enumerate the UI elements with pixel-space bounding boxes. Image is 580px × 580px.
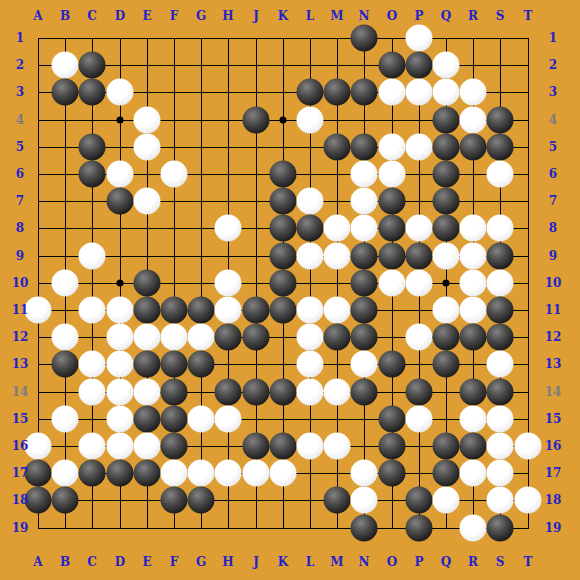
intersection-B14[interactable] [52,379,79,406]
intersection-O19[interactable] [379,515,406,542]
intersection-Q12[interactable] [433,324,460,351]
intersection-Q3[interactable] [433,79,460,106]
intersection-M17[interactable] [324,460,351,487]
intersection-P6[interactable] [406,161,433,188]
intersection-H18[interactable] [215,487,242,514]
intersection-K11[interactable] [270,297,297,324]
intersection-B5[interactable] [52,134,79,161]
intersection-D10[interactable] [107,270,134,297]
intersection-A4[interactable] [25,107,52,134]
intersection-N3[interactable] [351,79,378,106]
intersection-K12[interactable] [270,324,297,351]
intersection-M2[interactable] [324,52,351,79]
intersection-F14[interactable] [161,379,188,406]
intersection-Q11[interactable] [433,297,460,324]
intersection-H2[interactable] [215,52,242,79]
intersection-E13[interactable] [134,351,161,378]
intersection-A16[interactable] [25,433,52,460]
intersection-C5[interactable] [79,134,106,161]
intersection-P5[interactable] [406,134,433,161]
intersection-L19[interactable] [297,515,324,542]
intersection-L11[interactable] [297,297,324,324]
intersection-P2[interactable] [406,52,433,79]
intersection-D18[interactable] [107,487,134,514]
intersection-G18[interactable] [188,487,215,514]
intersection-K13[interactable] [270,351,297,378]
intersection-C8[interactable] [79,215,106,242]
intersection-L13[interactable] [297,351,324,378]
intersection-R4[interactable] [460,107,487,134]
intersection-L10[interactable] [297,270,324,297]
intersection-T3[interactable] [515,79,542,106]
intersection-A2[interactable] [25,52,52,79]
intersection-B6[interactable] [52,161,79,188]
intersection-E8[interactable] [134,215,161,242]
intersection-J4[interactable] [243,107,270,134]
intersection-C15[interactable] [79,406,106,433]
intersection-N7[interactable] [351,188,378,215]
intersection-Q17[interactable] [433,460,460,487]
intersection-K5[interactable] [270,134,297,161]
intersection-F2[interactable] [161,52,188,79]
intersection-H8[interactable] [215,215,242,242]
intersection-T5[interactable] [515,134,542,161]
intersection-A15[interactable] [25,406,52,433]
intersection-K3[interactable] [270,79,297,106]
intersection-R1[interactable] [460,25,487,52]
intersection-N11[interactable] [351,297,378,324]
intersection-J5[interactable] [243,134,270,161]
intersection-M15[interactable] [324,406,351,433]
intersection-G15[interactable] [188,406,215,433]
intersection-E17[interactable] [134,460,161,487]
intersection-E16[interactable] [134,433,161,460]
intersection-N19[interactable] [351,515,378,542]
intersection-R13[interactable] [460,351,487,378]
intersection-G9[interactable] [188,243,215,270]
intersection-B13[interactable] [52,351,79,378]
intersection-A13[interactable] [25,351,52,378]
intersection-B19[interactable] [52,515,79,542]
intersection-M11[interactable] [324,297,351,324]
intersection-R12[interactable] [460,324,487,351]
intersection-A6[interactable] [25,161,52,188]
intersection-J1[interactable] [243,25,270,52]
intersection-D3[interactable] [107,79,134,106]
intersection-H17[interactable] [215,460,242,487]
intersection-E3[interactable] [134,79,161,106]
intersection-N2[interactable] [351,52,378,79]
intersection-G8[interactable] [188,215,215,242]
intersection-T18[interactable] [515,487,542,514]
intersection-J2[interactable] [243,52,270,79]
intersection-D14[interactable] [107,379,134,406]
intersection-M18[interactable] [324,487,351,514]
intersection-A18[interactable] [25,487,52,514]
intersection-N1[interactable] [351,25,378,52]
intersection-S17[interactable] [487,460,514,487]
intersection-F4[interactable] [161,107,188,134]
intersection-O15[interactable] [379,406,406,433]
intersection-R5[interactable] [460,134,487,161]
intersection-G2[interactable] [188,52,215,79]
intersection-H1[interactable] [215,25,242,52]
intersection-O13[interactable] [379,351,406,378]
intersection-N8[interactable] [351,215,378,242]
intersection-K17[interactable] [270,460,297,487]
intersection-G16[interactable] [188,433,215,460]
intersection-L6[interactable] [297,161,324,188]
intersection-P17[interactable] [406,460,433,487]
intersection-R3[interactable] [460,79,487,106]
intersection-N13[interactable] [351,351,378,378]
intersection-S1[interactable] [487,25,514,52]
intersection-G19[interactable] [188,515,215,542]
intersection-T11[interactable] [515,297,542,324]
intersection-E7[interactable] [134,188,161,215]
intersection-M6[interactable] [324,161,351,188]
intersection-H10[interactable] [215,270,242,297]
intersection-T15[interactable] [515,406,542,433]
intersection-R15[interactable] [460,406,487,433]
intersection-E9[interactable] [134,243,161,270]
intersection-C7[interactable] [79,188,106,215]
intersection-D1[interactable] [107,25,134,52]
intersection-L16[interactable] [297,433,324,460]
intersection-J10[interactable] [243,270,270,297]
intersection-H16[interactable] [215,433,242,460]
intersection-F5[interactable] [161,134,188,161]
intersection-P4[interactable] [406,107,433,134]
intersection-R10[interactable] [460,270,487,297]
intersection-S19[interactable] [487,515,514,542]
intersection-E11[interactable] [134,297,161,324]
intersection-G12[interactable] [188,324,215,351]
intersection-A11[interactable] [25,297,52,324]
intersection-D6[interactable] [107,161,134,188]
intersection-D11[interactable] [107,297,134,324]
intersection-G3[interactable] [188,79,215,106]
intersection-R19[interactable] [460,515,487,542]
intersection-D2[interactable] [107,52,134,79]
intersection-S7[interactable] [487,188,514,215]
intersection-J13[interactable] [243,351,270,378]
intersection-B7[interactable] [52,188,79,215]
intersection-C12[interactable] [79,324,106,351]
intersection-K15[interactable] [270,406,297,433]
intersection-F16[interactable] [161,433,188,460]
intersection-B3[interactable] [52,79,79,106]
intersection-G13[interactable] [188,351,215,378]
intersection-J6[interactable] [243,161,270,188]
intersection-B1[interactable] [52,25,79,52]
intersection-B10[interactable] [52,270,79,297]
intersection-R18[interactable] [460,487,487,514]
intersection-O1[interactable] [379,25,406,52]
intersection-T8[interactable] [515,215,542,242]
intersection-P15[interactable] [406,406,433,433]
intersection-N14[interactable] [351,379,378,406]
intersection-K8[interactable] [270,215,297,242]
intersection-B9[interactable] [52,243,79,270]
intersection-F19[interactable] [161,515,188,542]
intersection-M13[interactable] [324,351,351,378]
intersection-H12[interactable] [215,324,242,351]
intersection-S6[interactable] [487,161,514,188]
intersection-J12[interactable] [243,324,270,351]
intersection-M9[interactable] [324,243,351,270]
intersection-E12[interactable] [134,324,161,351]
intersection-M19[interactable] [324,515,351,542]
intersection-M7[interactable] [324,188,351,215]
intersection-C11[interactable] [79,297,106,324]
intersection-P18[interactable] [406,487,433,514]
intersection-G4[interactable] [188,107,215,134]
intersection-T7[interactable] [515,188,542,215]
intersection-B15[interactable] [52,406,79,433]
intersection-T14[interactable] [515,379,542,406]
intersection-A5[interactable] [25,134,52,161]
intersection-Q16[interactable] [433,433,460,460]
intersection-O7[interactable] [379,188,406,215]
intersection-Q19[interactable] [433,515,460,542]
intersection-E19[interactable] [134,515,161,542]
intersection-A19[interactable] [25,515,52,542]
intersection-H4[interactable] [215,107,242,134]
intersection-N16[interactable] [351,433,378,460]
intersection-C10[interactable] [79,270,106,297]
intersection-Q15[interactable] [433,406,460,433]
intersection-N15[interactable] [351,406,378,433]
intersection-O3[interactable] [379,79,406,106]
intersection-H11[interactable] [215,297,242,324]
intersection-P9[interactable] [406,243,433,270]
intersection-Q5[interactable] [433,134,460,161]
intersection-D16[interactable] [107,433,134,460]
intersection-N4[interactable] [351,107,378,134]
intersection-E1[interactable] [134,25,161,52]
intersection-K7[interactable] [270,188,297,215]
intersection-S14[interactable] [487,379,514,406]
intersection-B2[interactable] [52,52,79,79]
intersection-G1[interactable] [188,25,215,52]
intersection-C6[interactable] [79,161,106,188]
intersection-K14[interactable] [270,379,297,406]
intersection-H13[interactable] [215,351,242,378]
intersection-S16[interactable] [487,433,514,460]
intersection-P14[interactable] [406,379,433,406]
intersection-J15[interactable] [243,406,270,433]
intersection-T12[interactable] [515,324,542,351]
intersection-P13[interactable] [406,351,433,378]
intersection-K6[interactable] [270,161,297,188]
intersection-J14[interactable] [243,379,270,406]
intersection-F17[interactable] [161,460,188,487]
intersection-K1[interactable] [270,25,297,52]
intersection-T2[interactable] [515,52,542,79]
intersection-T17[interactable] [515,460,542,487]
intersection-A10[interactable] [25,270,52,297]
intersection-Q8[interactable] [433,215,460,242]
intersection-S13[interactable] [487,351,514,378]
intersection-N12[interactable] [351,324,378,351]
intersection-C4[interactable] [79,107,106,134]
intersection-J18[interactable] [243,487,270,514]
intersection-T1[interactable] [515,25,542,52]
intersection-O16[interactable] [379,433,406,460]
intersection-O14[interactable] [379,379,406,406]
intersection-A9[interactable] [25,243,52,270]
intersection-S12[interactable] [487,324,514,351]
intersection-B17[interactable] [52,460,79,487]
intersection-P12[interactable] [406,324,433,351]
intersection-B8[interactable] [52,215,79,242]
intersection-D17[interactable] [107,460,134,487]
intersection-A12[interactable] [25,324,52,351]
intersection-Q1[interactable] [433,25,460,52]
intersection-E2[interactable] [134,52,161,79]
intersection-M1[interactable] [324,25,351,52]
intersection-H6[interactable] [215,161,242,188]
intersection-P11[interactable] [406,297,433,324]
intersection-O12[interactable] [379,324,406,351]
intersection-R14[interactable] [460,379,487,406]
intersection-F6[interactable] [161,161,188,188]
intersection-R11[interactable] [460,297,487,324]
intersection-B16[interactable] [52,433,79,460]
intersection-J17[interactable] [243,460,270,487]
intersection-E6[interactable] [134,161,161,188]
intersection-L12[interactable] [297,324,324,351]
intersection-J9[interactable] [243,243,270,270]
intersection-O18[interactable] [379,487,406,514]
intersection-B11[interactable] [52,297,79,324]
intersection-E10[interactable] [134,270,161,297]
intersection-F7[interactable] [161,188,188,215]
intersection-L3[interactable] [297,79,324,106]
intersection-S10[interactable] [487,270,514,297]
intersection-H14[interactable] [215,379,242,406]
intersection-P16[interactable] [406,433,433,460]
intersection-F12[interactable] [161,324,188,351]
intersection-K2[interactable] [270,52,297,79]
intersection-J11[interactable] [243,297,270,324]
intersection-T9[interactable] [515,243,542,270]
intersection-M12[interactable] [324,324,351,351]
intersection-F10[interactable] [161,270,188,297]
intersection-F8[interactable] [161,215,188,242]
intersection-P19[interactable] [406,515,433,542]
intersection-L8[interactable] [297,215,324,242]
intersection-A3[interactable] [25,79,52,106]
intersection-O8[interactable] [379,215,406,242]
intersection-D9[interactable] [107,243,134,270]
intersection-T6[interactable] [515,161,542,188]
intersection-Q10[interactable] [433,270,460,297]
intersection-F11[interactable] [161,297,188,324]
intersection-O5[interactable] [379,134,406,161]
intersection-D13[interactable] [107,351,134,378]
intersection-O2[interactable] [379,52,406,79]
intersection-E4[interactable] [134,107,161,134]
intersection-S11[interactable] [487,297,514,324]
intersection-K16[interactable] [270,433,297,460]
intersection-C2[interactable] [79,52,106,79]
intersection-H5[interactable] [215,134,242,161]
intersection-C18[interactable] [79,487,106,514]
intersection-N18[interactable] [351,487,378,514]
intersection-S5[interactable] [487,134,514,161]
intersection-N6[interactable] [351,161,378,188]
intersection-M10[interactable] [324,270,351,297]
intersection-R16[interactable] [460,433,487,460]
intersection-M14[interactable] [324,379,351,406]
intersection-K19[interactable] [270,515,297,542]
intersection-L1[interactable] [297,25,324,52]
intersection-B18[interactable] [52,487,79,514]
intersection-D8[interactable] [107,215,134,242]
intersection-B4[interactable] [52,107,79,134]
intersection-H15[interactable] [215,406,242,433]
intersection-L4[interactable] [297,107,324,134]
intersection-F3[interactable] [161,79,188,106]
intersection-P1[interactable] [406,25,433,52]
intersection-Q6[interactable] [433,161,460,188]
intersection-N9[interactable] [351,243,378,270]
intersection-S3[interactable] [487,79,514,106]
intersection-A7[interactable] [25,188,52,215]
intersection-T4[interactable] [515,107,542,134]
intersection-R7[interactable] [460,188,487,215]
intersection-A8[interactable] [25,215,52,242]
intersection-B12[interactable] [52,324,79,351]
intersection-C9[interactable] [79,243,106,270]
intersection-A1[interactable] [25,25,52,52]
intersection-S2[interactable] [487,52,514,79]
intersection-J7[interactable] [243,188,270,215]
intersection-M5[interactable] [324,134,351,161]
intersection-P3[interactable] [406,79,433,106]
intersection-F13[interactable] [161,351,188,378]
intersection-T16[interactable] [515,433,542,460]
intersection-T10[interactable] [515,270,542,297]
intersection-N17[interactable] [351,460,378,487]
intersection-R17[interactable] [460,460,487,487]
intersection-L2[interactable] [297,52,324,79]
intersection-F15[interactable] [161,406,188,433]
intersection-O4[interactable] [379,107,406,134]
intersection-K9[interactable] [270,243,297,270]
intersection-C3[interactable] [79,79,106,106]
intersection-T19[interactable] [515,515,542,542]
intersection-S15[interactable] [487,406,514,433]
intersection-Q13[interactable] [433,351,460,378]
intersection-L7[interactable] [297,188,324,215]
intersection-K18[interactable] [270,487,297,514]
intersection-G6[interactable] [188,161,215,188]
intersection-H9[interactable] [215,243,242,270]
intersection-E5[interactable] [134,134,161,161]
intersection-O10[interactable] [379,270,406,297]
intersection-O6[interactable] [379,161,406,188]
intersection-J3[interactable] [243,79,270,106]
intersection-C13[interactable] [79,351,106,378]
intersection-F1[interactable] [161,25,188,52]
intersection-R2[interactable] [460,52,487,79]
intersection-Q7[interactable] [433,188,460,215]
intersection-N10[interactable] [351,270,378,297]
intersection-T13[interactable] [515,351,542,378]
